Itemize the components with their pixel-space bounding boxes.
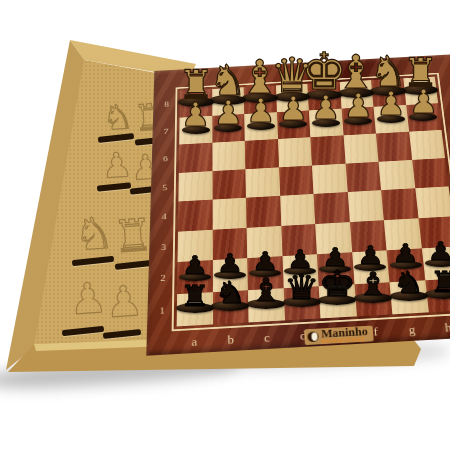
board-grid xyxy=(177,77,450,327)
rank-label-2: 2 xyxy=(152,273,173,284)
square-f5 xyxy=(345,161,381,192)
square-h4 xyxy=(415,186,450,217)
square-g5 xyxy=(378,160,414,191)
rank-label-5: 5 xyxy=(155,182,175,192)
square-e3 xyxy=(315,222,352,255)
square-d5 xyxy=(279,165,314,196)
square-b2 xyxy=(212,258,247,292)
square-c3 xyxy=(247,226,282,259)
square-d7 xyxy=(276,110,310,139)
rank-label-4: 4 xyxy=(154,212,175,222)
square-c4 xyxy=(246,196,281,228)
square-d4 xyxy=(280,194,315,226)
square-f7 xyxy=(341,106,376,135)
rank-label-3: 3 xyxy=(153,242,174,252)
square-a3 xyxy=(178,229,213,262)
square-b1 xyxy=(212,290,248,325)
file-label-b: b xyxy=(213,332,249,346)
square-b8 xyxy=(212,87,244,115)
square-d1 xyxy=(283,286,320,321)
square-h3 xyxy=(418,216,450,248)
product-photo-scene: ♞♜♟♟♞♜♟♟ abcdefgh 12345678 Maninho BRINQ… xyxy=(0,0,450,450)
square-b4 xyxy=(212,198,246,230)
engraved-pawn-outline: ♟ xyxy=(97,279,152,325)
square-f2 xyxy=(352,250,390,283)
square-d3 xyxy=(281,224,317,257)
square-c2 xyxy=(247,256,283,290)
square-b6 xyxy=(212,141,245,171)
square-c6 xyxy=(245,139,279,169)
square-f8 xyxy=(339,80,373,108)
square-f1 xyxy=(354,282,392,317)
square-a4 xyxy=(178,200,212,232)
square-h5 xyxy=(412,158,449,189)
square-g2 xyxy=(387,248,425,281)
square-a8 xyxy=(180,89,212,117)
square-e8 xyxy=(307,82,341,110)
square-g3 xyxy=(384,218,422,250)
square-e2 xyxy=(317,252,354,286)
square-c5 xyxy=(245,167,279,198)
square-f6 xyxy=(343,134,378,164)
square-c8 xyxy=(244,85,277,113)
square-e1 xyxy=(319,284,357,319)
brand-crescent-icon xyxy=(307,331,318,342)
square-a7 xyxy=(179,115,212,144)
square-d2 xyxy=(282,254,319,288)
square-b7 xyxy=(212,114,245,143)
square-g1 xyxy=(389,280,428,315)
file-label-c: c xyxy=(249,330,286,344)
square-g6 xyxy=(376,132,412,162)
square-b5 xyxy=(212,169,246,200)
square-b3 xyxy=(212,227,247,260)
square-h1 xyxy=(425,278,450,312)
square-e6 xyxy=(310,135,345,165)
rank-label-6: 6 xyxy=(155,154,175,164)
square-h8 xyxy=(403,77,438,105)
square-e4 xyxy=(313,192,349,224)
square-d8 xyxy=(275,84,308,112)
rank-label-7: 7 xyxy=(156,127,176,136)
chess-board: abcdefgh 12345678 Maninho BRINQUEDOS xyxy=(146,54,450,356)
square-a6 xyxy=(179,143,212,173)
square-a5 xyxy=(178,171,212,202)
square-e7 xyxy=(309,108,343,137)
square-g8 xyxy=(371,78,406,106)
square-g4 xyxy=(381,188,418,220)
square-c1 xyxy=(248,288,285,323)
file-label-a: a xyxy=(176,334,212,348)
square-h7 xyxy=(406,103,442,132)
rank-label-8: 8 xyxy=(157,100,177,109)
file-label-h: h xyxy=(429,320,450,334)
square-d6 xyxy=(278,137,312,167)
square-g7 xyxy=(373,105,408,134)
square-f4 xyxy=(347,190,383,222)
square-e5 xyxy=(312,163,347,194)
square-a1 xyxy=(177,292,213,327)
file-label-g: g xyxy=(393,322,430,336)
square-h6 xyxy=(409,130,445,160)
square-h2 xyxy=(421,246,450,279)
square-f3 xyxy=(349,220,386,252)
rank-label-1: 1 xyxy=(151,305,173,316)
square-c7 xyxy=(244,112,277,141)
square-a2 xyxy=(177,260,212,294)
